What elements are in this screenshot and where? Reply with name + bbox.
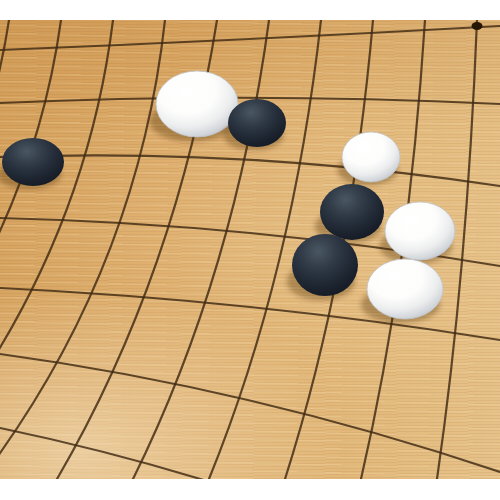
black-stone[interactable] xyxy=(292,234,358,296)
board-column-line xyxy=(0,20,165,479)
white-stone[interactable] xyxy=(367,259,443,319)
black-stone[interactable] xyxy=(2,138,64,186)
letterbox-top xyxy=(0,0,500,20)
board-column-line xyxy=(0,20,61,479)
board-row-line xyxy=(0,428,500,479)
board-row-line xyxy=(0,354,500,472)
board-column-line xyxy=(0,20,9,479)
star-point xyxy=(472,22,483,30)
board-row-line xyxy=(0,26,500,50)
board-grid xyxy=(0,20,500,479)
white-stone[interactable] xyxy=(385,202,455,260)
board-row-line xyxy=(0,155,500,186)
white-stone[interactable] xyxy=(342,132,400,182)
go-board[interactable] xyxy=(0,20,500,479)
letterbox-bottom xyxy=(0,479,500,500)
black-stone[interactable] xyxy=(228,99,286,147)
board-column-line xyxy=(0,20,113,479)
go-board-photo xyxy=(0,0,500,500)
black-stone[interactable] xyxy=(320,184,384,240)
white-stone[interactable] xyxy=(156,71,238,137)
